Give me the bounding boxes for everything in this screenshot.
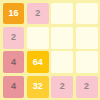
empty-cell [51,3,73,25]
tile-2: 2 [76,76,98,98]
empty-cell [51,51,73,73]
empty-cell [76,27,98,49]
tile-4: 4 [3,76,25,98]
tile-32: 32 [27,76,49,98]
tile-16: 16 [3,3,25,25]
tile-64: 64 [27,51,49,73]
empty-cell [76,3,98,25]
empty-cell [27,27,49,49]
tile-2: 2 [27,3,49,25]
tile-2: 2 [3,27,25,49]
empty-cell [51,27,73,49]
empty-cell [76,51,98,73]
tile-2: 2 [51,76,73,98]
2048-board[interactable]: 162246443222 [0,0,100,100]
tile-4: 4 [3,51,25,73]
